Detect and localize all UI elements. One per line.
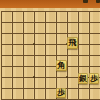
shogi-piece-pawn-fu[interactable]: 歩 [89, 73, 99, 84]
board-cell[interactable] [13, 34, 24, 45]
board-cell[interactable] [2, 34, 13, 45]
board-cell[interactable] [2, 67, 13, 78]
board-cell[interactable] [90, 23, 100, 34]
board-cell[interactable] [90, 89, 100, 100]
shogi-app-screen: 飛角銀歩歩 [0, 0, 100, 100]
board-cell[interactable] [35, 78, 46, 89]
board-cell[interactable] [90, 34, 100, 45]
board-cell[interactable] [79, 89, 90, 100]
board-cell[interactable] [35, 23, 46, 34]
board-cell[interactable] [79, 23, 90, 34]
board-cell[interactable] [57, 12, 68, 23]
board-cell[interactable] [2, 23, 13, 34]
board-cell[interactable] [46, 45, 57, 56]
shogi-piece-bishop-kaku[interactable]: 角 [56, 60, 67, 71]
board-cell[interactable] [35, 56, 46, 67]
board-cell[interactable] [24, 45, 35, 56]
board-cell[interactable] [35, 12, 46, 23]
board-cell[interactable] [35, 34, 46, 45]
board-grid [1, 11, 100, 100]
board-cell[interactable] [79, 45, 90, 56]
board-cell[interactable] [24, 78, 35, 89]
board-cell[interactable] [2, 78, 13, 89]
shogi-piece-rook-hisha[interactable]: 飛 [67, 37, 78, 49]
hand-piece-stub[interactable] [83, 0, 88, 3]
board-cell[interactable] [68, 89, 79, 100]
board-cell[interactable] [2, 89, 13, 100]
board-cell[interactable] [68, 23, 79, 34]
board-cell[interactable] [46, 34, 57, 45]
board-cell[interactable] [35, 89, 46, 100]
board-cell[interactable] [13, 23, 24, 34]
board-cell[interactable] [24, 56, 35, 67]
hand-piece-stub[interactable] [96, 0, 100, 3]
board-cell[interactable] [13, 45, 24, 56]
board-cell[interactable] [24, 23, 35, 34]
board-cell[interactable] [13, 89, 24, 100]
board-cell[interactable] [2, 56, 13, 67]
board-cell[interactable] [90, 12, 100, 23]
board-cell[interactable] [2, 12, 13, 23]
board-cell[interactable] [90, 56, 100, 67]
board-cell[interactable] [35, 67, 46, 78]
board-cell[interactable] [35, 45, 46, 56]
board-cell[interactable] [57, 23, 68, 34]
board-cell[interactable] [68, 56, 79, 67]
star-point [66, 76, 68, 78]
star-point [33, 76, 35, 78]
shogi-piece-silver-gin[interactable]: 銀 [78, 73, 88, 84]
board-cell[interactable] [24, 12, 35, 23]
board-cell[interactable] [2, 45, 13, 56]
board-cell[interactable] [13, 67, 24, 78]
board-cell[interactable] [79, 34, 90, 45]
board-cell[interactable] [90, 45, 100, 56]
shogi-piece-pawn-fu[interactable]: 歩 [56, 88, 66, 98]
board-cell[interactable] [68, 12, 79, 23]
star-point [33, 43, 35, 45]
board-cell[interactable] [46, 78, 57, 89]
board-cell[interactable] [13, 78, 24, 89]
board-cell[interactable] [24, 89, 35, 100]
board-cell[interactable] [46, 23, 57, 34]
board-cell[interactable] [46, 12, 57, 23]
board-cell[interactable] [13, 12, 24, 23]
board-cell[interactable] [13, 56, 24, 67]
board-cell[interactable] [79, 56, 90, 67]
board-cell[interactable] [79, 12, 90, 23]
